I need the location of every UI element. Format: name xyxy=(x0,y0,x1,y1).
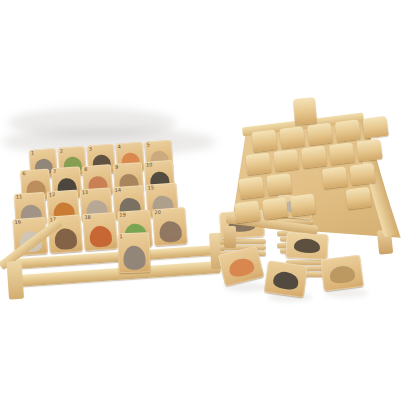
empty-slot xyxy=(294,170,320,193)
tile-1-raccoon[interactable]: 1 xyxy=(117,232,150,273)
tile-number: 4 xyxy=(118,144,122,149)
tile-number: 15 xyxy=(147,185,154,190)
face-down-tile[interactable] xyxy=(301,146,327,169)
badger-illustration xyxy=(272,271,299,291)
hedgehog-illustration xyxy=(294,238,321,254)
face-down-tile[interactable] xyxy=(245,152,271,175)
tile-red-deer[interactable] xyxy=(320,255,364,292)
tile-number: 18 xyxy=(84,215,91,220)
tile-number: 1 xyxy=(31,150,35,155)
right-tray-shadow xyxy=(8,108,176,138)
product-photo: 1234567891011121314151617181920 1 xyxy=(0,0,416,416)
raised-face-down-tile[interactable] xyxy=(293,97,317,125)
loose-tile-deer[interactable] xyxy=(320,255,364,292)
tile-number: 11 xyxy=(16,194,23,199)
tile-number: 20 xyxy=(154,210,161,215)
face-down-tile[interactable] xyxy=(349,163,375,186)
tile-number: 7 xyxy=(53,169,57,174)
face-down-tile[interactable] xyxy=(266,173,292,196)
red-deer-illustration xyxy=(329,265,356,285)
tile-number: 2 xyxy=(60,148,64,153)
tray-foot-left xyxy=(224,226,236,248)
face-down-tile[interactable] xyxy=(322,166,348,189)
beaver-illustration xyxy=(54,228,78,250)
face-down-tile[interactable] xyxy=(356,139,382,162)
tile-number: 12 xyxy=(49,192,56,197)
face-down-tile[interactable] xyxy=(290,194,316,217)
tile-number: 16 xyxy=(15,220,22,225)
face-down-tile[interactable] xyxy=(251,129,277,152)
wild-boar-illustration xyxy=(158,221,182,243)
tile-number: 5 xyxy=(146,142,150,147)
tile-badger[interactable] xyxy=(264,260,308,297)
left-corner-post xyxy=(6,261,24,300)
squirrel-illustration xyxy=(89,226,113,248)
tile-20-wild-boar[interactable]: 20 xyxy=(152,207,188,246)
tile-number: 19 xyxy=(119,212,126,217)
face-down-tile[interactable] xyxy=(262,197,288,220)
tile-number: 8 xyxy=(84,167,88,172)
raccoon-illustration xyxy=(123,245,146,270)
tile-number: 1 xyxy=(119,234,122,239)
tile-number: 6 xyxy=(22,171,26,176)
face-down-tile[interactable] xyxy=(273,149,299,172)
face-down-tile[interactable] xyxy=(238,176,264,199)
empty-slot xyxy=(318,190,344,213)
loose-tile-badger[interactable] xyxy=(264,260,308,297)
stack-top-tile-hedgehog[interactable] xyxy=(285,232,328,260)
face-down-tile[interactable] xyxy=(329,142,355,165)
tile-number: 10 xyxy=(146,162,153,167)
face-down-tile[interactable] xyxy=(362,116,388,139)
face-down-tile[interactable] xyxy=(345,187,371,210)
tile-number: 14 xyxy=(115,188,122,193)
face-down-tile[interactable] xyxy=(335,119,361,142)
face-down-tile[interactable] xyxy=(279,126,305,149)
tile-number: 3 xyxy=(89,146,93,151)
face-down-tile[interactable] xyxy=(307,123,333,146)
fox-illustration xyxy=(227,257,255,279)
face-down-tile[interactable] xyxy=(234,200,260,223)
tile-18-squirrel[interactable]: 18 xyxy=(82,212,118,251)
picture-board: 1234567891011121314151617181920 1 xyxy=(1,135,230,312)
tile-number: 13 xyxy=(82,190,89,195)
tile-number: 9 xyxy=(115,165,119,170)
